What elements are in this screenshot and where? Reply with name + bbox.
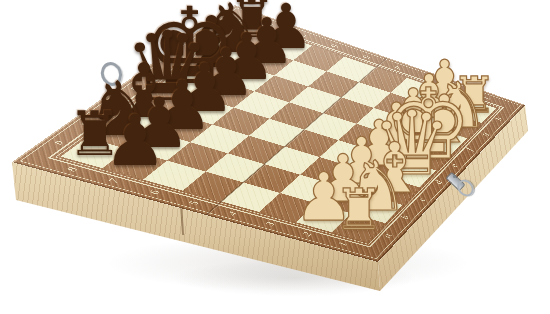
photo-stage: aabbccddeeffgghh8877665544332211 ♜♞♝♛♚♝♞… [0, 0, 550, 314]
board-edge-rim [12, 5, 525, 262]
latch-clasp-icon [447, 170, 477, 202]
latch-screw [453, 175, 456, 178]
chess-board: aabbccddeeffgghh8877665544332211 [12, 5, 525, 262]
